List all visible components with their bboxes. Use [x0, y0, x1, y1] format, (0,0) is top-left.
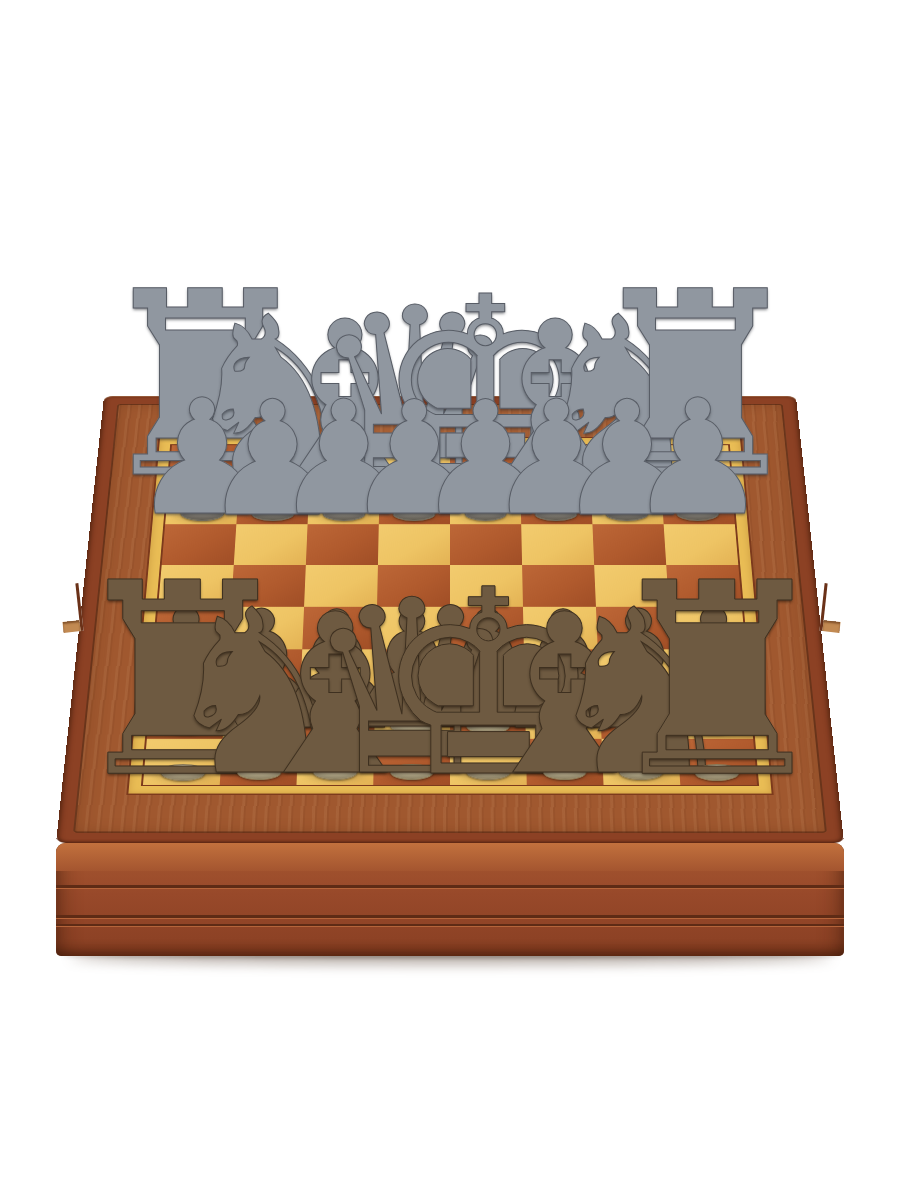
- box-front-top-edge: [56, 843, 844, 871]
- chess-box-front-face: [56, 843, 844, 956]
- rook-glyph: ♜: [598, 548, 836, 814]
- piece-black-pawn-h7[interactable]: ♟: [660, 397, 735, 513]
- pieces-layer: ♜♞♝♛♚♝♞♜♟♟♟♟♟♟♟♟♟♟♟♟♟♟♟♟♜♞♝♛♚♝♞♜: [0, 0, 900, 1200]
- piece-white-rook-h1[interactable]: ♜: [678, 579, 756, 773]
- box-front-groove: [56, 924, 844, 926]
- pawn-glyph: ♟: [627, 379, 770, 538]
- box-front-groove: [56, 915, 844, 918]
- box-front-groove: [56, 885, 844, 888]
- product-photo-scene: ♜♞♝♛♚♝♞♜♟♟♟♟♟♟♟♟♟♟♟♟♟♟♟♟♜♞♝♛♚♝♞♜: [0, 0, 900, 1200]
